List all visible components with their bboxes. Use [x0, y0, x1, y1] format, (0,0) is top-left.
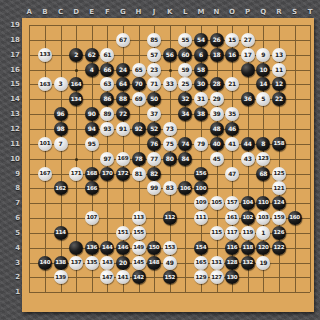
- stone-move-45-N10: 45: [210, 152, 224, 166]
- stone-move-19-Q3: 19: [256, 256, 270, 270]
- stone-move-138-C3: 138: [54, 256, 68, 270]
- stone-move-109-M7: 109: [194, 196, 208, 210]
- stone-move-76-J11: 76: [147, 137, 161, 151]
- column-label-H: H: [132, 8, 146, 16]
- stone-move-41-O11: 41: [225, 137, 239, 151]
- stone-move-116-O4: 116: [225, 241, 239, 255]
- stone-move-37-J13: 37: [147, 107, 161, 121]
- stone-move-12-R15: 12: [272, 77, 286, 91]
- stone-move-63-F15: 63: [100, 77, 114, 91]
- stone-move-158-R11: 158: [272, 137, 286, 151]
- stone-move-139-C2: 139: [54, 270, 68, 284]
- column-label-A: A: [22, 8, 36, 16]
- stone-move-59-L16: 59: [178, 63, 192, 77]
- stone-move-26-N18: 26: [210, 33, 224, 47]
- stone-move-11-R16: 11: [272, 63, 286, 77]
- stone-move-54-M18: 54: [194, 33, 208, 47]
- stone-move-159-R6: 159: [272, 211, 286, 225]
- stone-move-100-M8: 100: [194, 181, 208, 195]
- stone-move-148-J3: 148: [147, 256, 161, 270]
- stone-move-165-M3: 165: [194, 256, 208, 270]
- stone-move-78-H10: 78: [132, 152, 146, 166]
- stone-move-144-F4: 144: [100, 241, 114, 255]
- stone-move-119-P5: 119: [241, 226, 255, 240]
- row-label-4: 4: [4, 244, 20, 252]
- stone-move-40-N11: 40: [210, 137, 224, 151]
- column-label-C: C: [54, 8, 68, 16]
- row-label-9: 9: [4, 170, 20, 178]
- grid-line-vertical: [310, 25, 311, 292]
- stone-move-118-P4: 118: [241, 241, 255, 255]
- row-label-13: 13: [4, 110, 20, 118]
- stone-move-68-Q9: 68: [256, 167, 270, 181]
- stone-move-133-B17: 133: [38, 48, 52, 62]
- row-label-5: 5: [4, 229, 20, 237]
- stone-move-35-O13: 35: [225, 107, 239, 121]
- stone-move-112-K6: 112: [163, 211, 177, 225]
- stone-move-102-P6: 102: [241, 211, 255, 225]
- stone-move-85-J18: 85: [147, 33, 161, 47]
- stone-move-141-G2: 141: [116, 270, 130, 284]
- stone-move-50-J14: 50: [147, 92, 161, 106]
- stone-move-24-G16: 24: [116, 63, 130, 77]
- row-label-3: 3: [4, 259, 20, 267]
- stone-move-142-H2: 142: [132, 270, 146, 284]
- stone-move-25-L15: 25: [178, 77, 192, 91]
- stone-move-99-J8: 99: [147, 181, 161, 195]
- stone-move-135-E3: 135: [85, 256, 99, 270]
- stone-move-81-H9: 81: [132, 167, 146, 181]
- stone-move-98-C12: 98: [54, 122, 68, 136]
- stone-move-75-K11: 75: [163, 137, 177, 151]
- stone-move-64-G15: 64: [116, 77, 130, 91]
- stone-move-164-D15: 164: [69, 77, 83, 91]
- stone-move-103-Q6: 103: [256, 211, 270, 225]
- stone-move-114-C5: 114: [54, 226, 68, 240]
- stone-move-58-M16: 58: [194, 63, 208, 77]
- row-label-18: 18: [4, 36, 20, 44]
- column-label-O: O: [225, 8, 239, 16]
- stone-move-93-F12: 93: [100, 122, 114, 136]
- stone-move-17-P17: 17: [241, 48, 255, 62]
- stone-move-117-O5: 117: [225, 226, 239, 240]
- column-label-G: G: [116, 8, 130, 16]
- row-label-15: 15: [4, 80, 20, 88]
- stone-move-3-C15: 3: [54, 77, 68, 91]
- stone-move-74-L11: 74: [178, 137, 192, 151]
- stone-move-92-H12: 92: [132, 122, 146, 136]
- stone-move-94-E12: 94: [85, 122, 99, 136]
- stone-move-69-H14: 69: [132, 92, 146, 106]
- stone-move-89-F13: 89: [100, 107, 114, 121]
- stone-move-32-L14: 32: [178, 92, 192, 106]
- stone-move-30-M15: 30: [194, 77, 208, 91]
- stone-move-34-L13: 34: [178, 107, 192, 121]
- stone-move-152-K2: 152: [163, 270, 177, 284]
- stone-move-44-P11: 44: [241, 137, 255, 151]
- stone-move-160-S6: 160: [288, 211, 302, 225]
- stone-move-16-O17: 16: [225, 48, 239, 62]
- stone-move-140-B3: 140: [38, 256, 52, 270]
- stone-move-134-D14: 134: [69, 92, 83, 106]
- stone-move-49-K3: 49: [163, 256, 177, 270]
- stone-move-146-G4: 146: [116, 241, 130, 255]
- stone-move-131-N3: 131: [210, 256, 224, 270]
- stone-move-9-Q17: 9: [256, 48, 270, 62]
- stone-move-143-F3: 143: [100, 256, 114, 270]
- column-label-E: E: [85, 8, 99, 16]
- stone-move-80-K10: 80: [163, 152, 177, 166]
- stone-move-33-K15: 33: [163, 77, 177, 91]
- stone-move-82-J9: 82: [147, 167, 161, 181]
- go-game-record-screenshot: 6785555426152713326261575660618161791346…: [0, 0, 320, 320]
- stone-move-88-G14: 88: [116, 92, 130, 106]
- stone-move-4-E16: 4: [85, 63, 99, 77]
- stone-move-153-K4: 153: [163, 241, 177, 255]
- stone-move-23-J16: 23: [147, 63, 161, 77]
- row-label-8: 8: [4, 184, 20, 192]
- stone-move-121-R8: 121: [272, 181, 286, 195]
- stone-move-77-J10: 77: [147, 152, 161, 166]
- stone-move-124-R7: 124: [272, 196, 286, 210]
- column-label-B: B: [38, 8, 52, 16]
- stone-move-123-Q10: 123: [256, 152, 270, 166]
- grid-line-vertical: [295, 25, 296, 292]
- row-label-7: 7: [4, 199, 20, 207]
- column-label-N: N: [210, 8, 224, 16]
- stone-move-155-H5: 155: [132, 226, 146, 240]
- stone-move-28-N15: 28: [210, 77, 224, 91]
- stone-move-70-H15: 70: [132, 77, 146, 91]
- stone-move-46-O12: 46: [225, 122, 239, 136]
- row-label-12: 12: [4, 125, 20, 133]
- stone-move-166-E8: 166: [85, 181, 99, 195]
- stone-move-21-O15: 21: [225, 77, 239, 91]
- row-label-1: 1: [4, 288, 20, 296]
- stone-move-15-O18: 15: [225, 33, 239, 47]
- stone-move-48-N12: 48: [210, 122, 224, 136]
- star-point-D16: [75, 69, 78, 72]
- stone-move-67-G18: 67: [116, 33, 130, 47]
- stone-move-106-L8: 106: [178, 181, 192, 195]
- stone-move-137-D3: 137: [69, 256, 83, 270]
- stone-move-91-G12: 91: [116, 122, 130, 136]
- grid-line-horizontal: [29, 292, 310, 293]
- stone-move-8-Q11: 8: [256, 137, 270, 151]
- stone-move-115-N5: 115: [210, 226, 224, 240]
- column-label-S: S: [288, 8, 302, 16]
- stone-move-5-Q14: 5: [256, 92, 270, 106]
- stone-move-104-P7: 104: [241, 196, 255, 210]
- column-label-P: P: [241, 8, 255, 16]
- stone-move-132-P3: 132: [241, 256, 255, 270]
- stone-move-7-C11: 7: [54, 137, 68, 151]
- stone-move-120-Q4: 120: [256, 241, 270, 255]
- stone-move-66-F16: 66: [100, 63, 114, 77]
- stone-move-172-G9: 172: [116, 167, 130, 181]
- stone-move-168-E9: 168: [85, 167, 99, 181]
- stone-move-27-P18: 27: [241, 33, 255, 47]
- stone-move-65-H16: 65: [132, 63, 146, 77]
- column-label-D: D: [69, 8, 83, 16]
- column-label-F: F: [100, 8, 114, 16]
- row-label-17: 17: [4, 51, 20, 59]
- stone-move-163-B15: 163: [38, 77, 52, 91]
- stone-move-14-Q15: 14: [256, 77, 270, 91]
- stone-move-130-O2: 130: [225, 270, 239, 284]
- stone-move-145-H3: 145: [132, 256, 146, 270]
- stone-move-156-M9: 156: [194, 167, 208, 181]
- stone-move-129-M2: 129: [194, 270, 208, 284]
- stone-move-97-F10: 97: [100, 152, 114, 166]
- stone-move-39-N13: 39: [210, 107, 224, 121]
- stone-move-1-Q5: 1: [256, 226, 270, 240]
- stone-move-167-B9: 167: [38, 167, 52, 181]
- stone-move-72-G13: 72: [116, 107, 130, 121]
- stone-move-126-R5: 126: [272, 226, 286, 240]
- stone-move-169-G10: 169: [116, 152, 130, 166]
- stone-move-161-O6: 161: [225, 211, 239, 225]
- stone-move-125-R9: 125: [272, 167, 286, 181]
- stone-move-149-H4: 149: [132, 241, 146, 255]
- star-point-D10: [75, 158, 78, 161]
- stone-move-2-D17: 2: [69, 48, 83, 62]
- stone-move-95-E11: 95: [85, 137, 99, 151]
- row-label-19: 19: [4, 21, 20, 29]
- stone-move-18-N17: 18: [210, 48, 224, 62]
- stone-move-43-P10: 43: [241, 152, 255, 166]
- star-point-K16: [169, 69, 172, 72]
- stone-move-105-N7: 105: [210, 196, 224, 210]
- stone-move-73-K12: 73: [163, 122, 177, 136]
- column-label-L: L: [178, 8, 192, 16]
- stone-move-122-R4: 122: [272, 241, 286, 255]
- stone-move-171-D9: 171: [69, 167, 83, 181]
- stone-move-47-O9: 47: [225, 167, 239, 181]
- row-label-10: 10: [4, 155, 20, 163]
- stone-move-56-K17: 56: [163, 48, 177, 62]
- stone-move-113-H6: 113: [132, 211, 146, 225]
- row-label-14: 14: [4, 95, 20, 103]
- stone-move-111-M6: 111: [194, 211, 208, 225]
- stone-move-22-R14: 22: [272, 92, 286, 106]
- column-label-M: M: [194, 8, 208, 16]
- column-label-Q: Q: [256, 8, 270, 16]
- stone-move-83-K8: 83: [163, 181, 177, 195]
- stone-move-31-M14: 31: [194, 92, 208, 106]
- stone-move-36-P14: 36: [241, 92, 255, 106]
- stone-move-127-N2: 127: [210, 270, 224, 284]
- stone-move-52-J12: 52: [147, 122, 161, 136]
- stone-move-162-C8: 162: [54, 181, 68, 195]
- column-label-T: T: [303, 8, 317, 16]
- column-label-K: K: [163, 8, 177, 16]
- column-label-R: R: [272, 8, 286, 16]
- stone-move-38-M13: 38: [194, 107, 208, 121]
- go-board[interactable]: 6785555426152713326261575660618161791346…: [22, 18, 314, 312]
- stone-move-29-N14: 29: [210, 92, 224, 106]
- stone-move-101-B11: 101: [38, 137, 52, 151]
- stone-move-136-E4: 136: [85, 241, 99, 255]
- stone-move-110-Q7: 110: [256, 196, 270, 210]
- stone-move-13-R17: 13: [272, 48, 286, 62]
- stone-move-128-O3: 128: [225, 256, 239, 270]
- stone-handicap-D4: [69, 241, 83, 255]
- stone-move-71-J15: 71: [147, 77, 161, 91]
- row-label-2: 2: [4, 273, 20, 281]
- stone-move-154-M4: 154: [194, 241, 208, 255]
- stone-move-57-J17: 57: [147, 48, 161, 62]
- stone-move-60-L17: 60: [178, 48, 192, 62]
- stone-move-96-C13: 96: [54, 107, 68, 121]
- row-label-6: 6: [4, 214, 20, 222]
- stone-move-147-F2: 147: [100, 270, 114, 284]
- stone-move-6-M17: 6: [194, 48, 208, 62]
- stone-move-107-E6: 107: [85, 211, 99, 225]
- stone-move-55-L18: 55: [178, 33, 192, 47]
- stone-move-86-F14: 86: [100, 92, 114, 106]
- stone-move-84-L10: 84: [178, 152, 192, 166]
- stone-move-79-M11: 79: [194, 137, 208, 151]
- stone-move-10-Q16: 10: [256, 63, 270, 77]
- stone-move-20-G3: 20: [116, 256, 130, 270]
- stone-move-151-G5: 151: [116, 226, 130, 240]
- stone-handicap-P16: [241, 63, 255, 77]
- stone-move-157-O7: 157: [225, 196, 239, 210]
- stone-move-61-F17: 61: [100, 48, 114, 62]
- column-label-J: J: [147, 8, 161, 16]
- stone-move-170-F9: 170: [100, 167, 114, 181]
- stone-move-90-E13: 90: [85, 107, 99, 121]
- row-label-11: 11: [4, 140, 20, 148]
- stone-move-62-E17: 62: [85, 48, 99, 62]
- row-label-16: 16: [4, 66, 20, 74]
- stone-move-150-J4: 150: [147, 241, 161, 255]
